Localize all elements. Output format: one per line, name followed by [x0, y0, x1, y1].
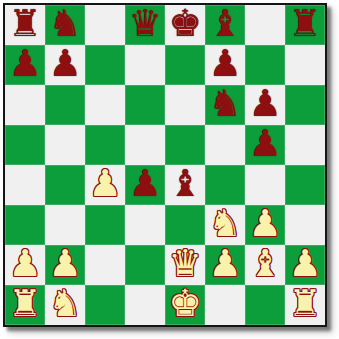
square-g6[interactable]: ♟ [245, 85, 285, 125]
black-king-e8[interactable]: ♚ [168, 4, 201, 44]
square-h6[interactable] [285, 85, 325, 125]
square-h7[interactable] [285, 45, 325, 85]
square-e7[interactable] [165, 45, 205, 85]
square-g5[interactable]: ♟ [245, 125, 285, 165]
white-pawn-g3[interactable]: ♟ [248, 204, 281, 244]
square-b4[interactable] [45, 165, 85, 205]
black-rook-a8[interactable]: ♜ [8, 4, 41, 44]
square-d8[interactable]: ♛ [125, 5, 165, 45]
chess-app-window: ♜♞♛♚♝♜♟♟♟♞♟♟♟♟♝♞♟♟♟♛♟♝♟♜♞♚♜ [0, 0, 339, 339]
black-pawn-b7[interactable]: ♟ [48, 44, 81, 84]
square-a6[interactable] [5, 85, 45, 125]
square-f4[interactable] [205, 165, 245, 205]
square-d1[interactable] [125, 285, 165, 325]
square-f6[interactable]: ♞ [205, 85, 245, 125]
square-c1[interactable] [85, 285, 125, 325]
black-rook-h8[interactable]: ♜ [288, 4, 321, 44]
square-g2[interactable]: ♝ [245, 245, 285, 285]
square-c6[interactable] [85, 85, 125, 125]
black-bishop-f8[interactable]: ♝ [208, 4, 241, 44]
white-bishop-g2[interactable]: ♝ [248, 244, 281, 284]
black-pawn-d4[interactable]: ♟ [128, 164, 161, 204]
square-g7[interactable] [245, 45, 285, 85]
white-queen-e2[interactable]: ♛ [168, 244, 201, 284]
square-b6[interactable] [45, 85, 85, 125]
square-c5[interactable] [85, 125, 125, 165]
white-rook-a1[interactable]: ♜ [8, 284, 41, 324]
square-e3[interactable] [165, 205, 205, 245]
square-d5[interactable] [125, 125, 165, 165]
square-g8[interactable] [245, 5, 285, 45]
square-c4[interactable]: ♟ [85, 165, 125, 205]
square-g3[interactable]: ♟ [245, 205, 285, 245]
square-a8[interactable]: ♜ [5, 5, 45, 45]
square-h8[interactable]: ♜ [285, 5, 325, 45]
square-f2[interactable]: ♟ [205, 245, 245, 285]
black-knight-f6[interactable]: ♞ [208, 84, 241, 124]
square-c7[interactable] [85, 45, 125, 85]
square-c8[interactable] [85, 5, 125, 45]
square-e1[interactable]: ♚ [165, 285, 205, 325]
square-b8[interactable]: ♞ [45, 5, 85, 45]
square-a7[interactable]: ♟ [5, 45, 45, 85]
square-d3[interactable] [125, 205, 165, 245]
square-c3[interactable] [85, 205, 125, 245]
white-knight-b1[interactable]: ♞ [48, 284, 81, 324]
square-a3[interactable] [5, 205, 45, 245]
black-queen-d8[interactable]: ♛ [128, 4, 161, 44]
square-f8[interactable]: ♝ [205, 5, 245, 45]
white-pawn-a2[interactable]: ♟ [8, 244, 41, 284]
black-pawn-g5[interactable]: ♟ [248, 124, 281, 164]
square-a4[interactable] [5, 165, 45, 205]
white-pawn-b2[interactable]: ♟ [48, 244, 81, 284]
square-e2[interactable]: ♛ [165, 245, 205, 285]
square-c2[interactable] [85, 245, 125, 285]
black-knight-b8[interactable]: ♞ [48, 4, 81, 44]
black-pawn-f7[interactable]: ♟ [208, 44, 241, 84]
white-pawn-c4[interactable]: ♟ [88, 164, 121, 204]
square-h4[interactable] [285, 165, 325, 205]
square-f1[interactable] [205, 285, 245, 325]
square-d2[interactable] [125, 245, 165, 285]
chess-board: ♜♞♛♚♝♜♟♟♟♞♟♟♟♟♝♞♟♟♟♛♟♝♟♜♞♚♜ [5, 5, 325, 325]
square-b1[interactable]: ♞ [45, 285, 85, 325]
square-e6[interactable] [165, 85, 205, 125]
square-h2[interactable]: ♟ [285, 245, 325, 285]
square-g1[interactable] [245, 285, 285, 325]
square-f5[interactable] [205, 125, 245, 165]
square-b7[interactable]: ♟ [45, 45, 85, 85]
black-pawn-a7[interactable]: ♟ [8, 44, 41, 84]
square-d7[interactable] [125, 45, 165, 85]
white-pawn-h2[interactable]: ♟ [288, 244, 321, 284]
square-a1[interactable]: ♜ [5, 285, 45, 325]
white-king-e1[interactable]: ♚ [168, 284, 201, 324]
square-g4[interactable] [245, 165, 285, 205]
black-bishop-e4[interactable]: ♝ [168, 164, 201, 204]
square-h1[interactable]: ♜ [285, 285, 325, 325]
square-f3[interactable]: ♞ [205, 205, 245, 245]
square-b5[interactable] [45, 125, 85, 165]
black-pawn-g6[interactable]: ♟ [248, 84, 281, 124]
square-d4[interactable]: ♟ [125, 165, 165, 205]
square-a5[interactable] [5, 125, 45, 165]
square-b2[interactable]: ♟ [45, 245, 85, 285]
square-e8[interactable]: ♚ [165, 5, 205, 45]
white-pawn-f2[interactable]: ♟ [208, 244, 241, 284]
square-e5[interactable] [165, 125, 205, 165]
white-rook-h1[interactable]: ♜ [288, 284, 321, 324]
square-h5[interactable] [285, 125, 325, 165]
square-d6[interactable] [125, 85, 165, 125]
square-e4[interactable]: ♝ [165, 165, 205, 205]
square-a2[interactable]: ♟ [5, 245, 45, 285]
square-f7[interactable]: ♟ [205, 45, 245, 85]
board-frame: ♜♞♛♚♝♜♟♟♟♞♟♟♟♟♝♞♟♟♟♛♟♝♟♜♞♚♜ [3, 3, 327, 327]
square-b3[interactable] [45, 205, 85, 245]
square-h3[interactable] [285, 205, 325, 245]
white-knight-f3[interactable]: ♞ [208, 204, 241, 244]
